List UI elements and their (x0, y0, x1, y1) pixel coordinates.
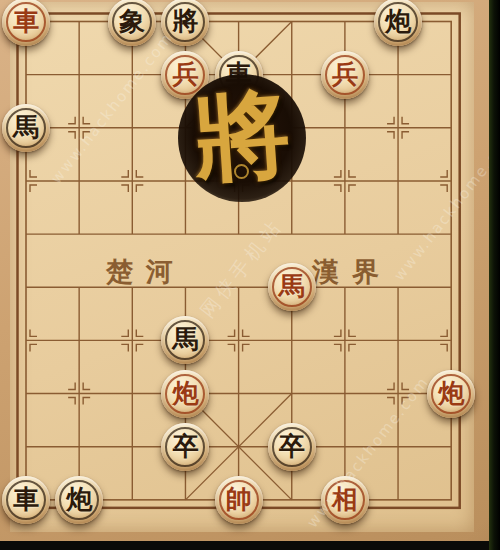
piece-black-horse[interactable]: 馬 (2, 104, 50, 152)
piece-red-elephant[interactable]: 相 (321, 476, 369, 524)
river-label-chuhe: 楚河 (106, 254, 186, 290)
piece-glyph: 炮 (172, 380, 198, 406)
letterbox-right (489, 0, 500, 550)
river-label-hanjie: 漢界 (312, 254, 392, 290)
piece-black-horse[interactable]: 馬 (161, 316, 209, 364)
piece-red-soldier[interactable]: 兵 (321, 51, 369, 99)
piece-glyph: 兵 (172, 61, 198, 87)
piece-red-soldier[interactable]: 兵 (161, 51, 209, 99)
piece-black-rook[interactable]: 車 (215, 51, 263, 99)
piece-glyph: 車 (13, 486, 39, 512)
letterbox-bottom (0, 541, 500, 550)
piece-glyph: 象 (119, 8, 145, 34)
piece-glyph: 相 (332, 486, 358, 512)
piece-glyph: 炮 (66, 486, 92, 512)
piece-red-general[interactable]: 帥 (215, 476, 263, 524)
piece-glyph: 炮 (438, 380, 464, 406)
piece-black-rook[interactable]: 車 (2, 476, 50, 524)
piece-red-horse[interactable]: 馬 (268, 263, 316, 311)
piece-glyph: 馬 (13, 114, 39, 140)
piece-red-cannon[interactable]: 炮 (427, 370, 475, 418)
piece-glyph: 帥 (226, 486, 252, 512)
piece-glyph: 卒 (172, 433, 198, 459)
piece-black-soldier[interactable]: 卒 (268, 423, 316, 471)
piece-glyph: 卒 (279, 433, 305, 459)
piece-glyph: 馬 (172, 326, 198, 352)
piece-red-cannon[interactable]: 炮 (161, 370, 209, 418)
piece-black-soldier[interactable]: 卒 (161, 423, 209, 471)
piece-glyph: 馬 (279, 273, 305, 299)
piece-glyph: 炮 (385, 8, 411, 34)
piece-glyph: 兵 (332, 61, 358, 87)
piece-glyph: 車 (226, 61, 252, 87)
piece-black-cannon[interactable]: 炮 (55, 476, 103, 524)
piece-glyph: 將 (172, 8, 198, 34)
piece-glyph: 車 (13, 8, 39, 34)
xiangqi-app-frame: 楚河 漢界 車象將炮兵車兵馬馬馬炮炮卒卒車炮帥相 將 www.hackhome.… (0, 0, 500, 550)
